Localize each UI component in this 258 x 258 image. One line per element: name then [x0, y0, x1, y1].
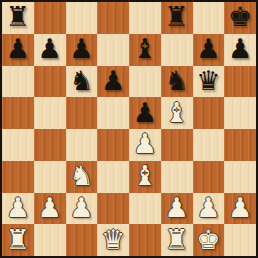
square-b1[interactable]	[34, 224, 66, 256]
square-c3[interactable]: ♞	[66, 161, 98, 193]
square-b6[interactable]	[34, 66, 66, 98]
square-a4[interactable]	[2, 129, 34, 161]
square-e5[interactable]: ♟	[129, 97, 161, 129]
square-g5[interactable]	[193, 97, 225, 129]
white-rook-icon: ♜	[165, 226, 189, 253]
square-g3[interactable]	[193, 161, 225, 193]
black-rook-icon: ♜	[6, 3, 30, 30]
square-d1[interactable]: ♛	[97, 224, 129, 256]
square-d8[interactable]	[97, 2, 129, 34]
white-pawn-icon: ♟	[38, 194, 62, 221]
white-pawn-icon: ♟	[69, 194, 93, 221]
square-f4[interactable]	[161, 129, 193, 161]
square-b8[interactable]	[34, 2, 66, 34]
black-pawn-icon: ♟	[6, 35, 30, 62]
square-d3[interactable]	[97, 161, 129, 193]
square-h2[interactable]: ♟	[224, 193, 256, 225]
square-e4[interactable]: ♟	[129, 129, 161, 161]
square-a2[interactable]: ♟	[2, 193, 34, 225]
square-a8[interactable]: ♜	[2, 2, 34, 34]
square-b3[interactable]	[34, 161, 66, 193]
square-a6[interactable]	[2, 66, 34, 98]
black-pawn-icon: ♟	[196, 35, 220, 62]
square-a1[interactable]: ♜	[2, 224, 34, 256]
chess-board: ♜♜♚♟♟♟♝♟♟♞♟♞♛♟♝♟♞♝♟♟♟♟♟♟♜♛♜♚	[2, 2, 256, 256]
square-d6[interactable]: ♟	[97, 66, 129, 98]
square-f5[interactable]: ♝	[161, 97, 193, 129]
white-king-icon: ♚	[196, 226, 220, 253]
square-c6[interactable]: ♞	[66, 66, 98, 98]
square-g2[interactable]: ♟	[193, 193, 225, 225]
square-e7[interactable]: ♝	[129, 34, 161, 66]
square-b4[interactable]	[34, 129, 66, 161]
square-d4[interactable]	[97, 129, 129, 161]
square-c8[interactable]	[66, 2, 98, 34]
square-e8[interactable]	[129, 2, 161, 34]
square-b2[interactable]: ♟	[34, 193, 66, 225]
square-f1[interactable]: ♜	[161, 224, 193, 256]
white-bishop-icon: ♝	[165, 99, 189, 126]
black-pawn-icon: ♟	[133, 99, 157, 126]
square-a3[interactable]	[2, 161, 34, 193]
square-b5[interactable]	[34, 97, 66, 129]
square-f6[interactable]: ♞	[161, 66, 193, 98]
square-h4[interactable]	[224, 129, 256, 161]
black-knight-icon: ♞	[165, 67, 189, 94]
square-d2[interactable]	[97, 193, 129, 225]
square-f7[interactable]	[161, 34, 193, 66]
white-bishop-icon: ♝	[133, 162, 157, 189]
black-pawn-icon: ♟	[101, 67, 125, 94]
white-pawn-icon: ♟	[6, 194, 30, 221]
square-h3[interactable]	[224, 161, 256, 193]
black-pawn-icon: ♟	[69, 35, 93, 62]
square-c4[interactable]	[66, 129, 98, 161]
white-knight-icon: ♞	[69, 162, 93, 189]
square-e3[interactable]: ♝	[129, 161, 161, 193]
white-pawn-icon: ♟	[228, 194, 252, 221]
square-a5[interactable]	[2, 97, 34, 129]
white-pawn-icon: ♟	[133, 130, 157, 157]
square-e2[interactable]	[129, 193, 161, 225]
square-g6[interactable]: ♛	[193, 66, 225, 98]
white-rook-icon: ♜	[6, 226, 30, 253]
board-frame: ♜♜♚♟♟♟♝♟♟♞♟♞♛♟♝♟♞♝♟♟♟♟♟♟♜♛♜♚	[0, 0, 258, 258]
square-g7[interactable]: ♟	[193, 34, 225, 66]
square-d7[interactable]	[97, 34, 129, 66]
square-f2[interactable]: ♟	[161, 193, 193, 225]
black-queen-icon: ♛	[196, 67, 220, 94]
square-f8[interactable]: ♜	[161, 2, 193, 34]
square-h6[interactable]	[224, 66, 256, 98]
square-a7[interactable]: ♟	[2, 34, 34, 66]
square-h8[interactable]: ♚	[224, 2, 256, 34]
square-c7[interactable]: ♟	[66, 34, 98, 66]
square-h5[interactable]	[224, 97, 256, 129]
white-queen-icon: ♛	[101, 226, 125, 253]
square-d5[interactable]	[97, 97, 129, 129]
square-g1[interactable]: ♚	[193, 224, 225, 256]
white-pawn-icon: ♟	[165, 194, 189, 221]
black-bishop-icon: ♝	[133, 35, 157, 62]
black-pawn-icon: ♟	[228, 35, 252, 62]
white-pawn-icon: ♟	[196, 194, 220, 221]
square-e6[interactable]	[129, 66, 161, 98]
square-f3[interactable]	[161, 161, 193, 193]
square-h7[interactable]: ♟	[224, 34, 256, 66]
square-g4[interactable]	[193, 129, 225, 161]
black-king-icon: ♚	[228, 3, 252, 30]
square-h1[interactable]	[224, 224, 256, 256]
square-e1[interactable]	[129, 224, 161, 256]
square-c1[interactable]	[66, 224, 98, 256]
black-rook-icon: ♜	[165, 3, 189, 30]
square-g8[interactable]	[193, 2, 225, 34]
square-c5[interactable]	[66, 97, 98, 129]
black-pawn-icon: ♟	[38, 35, 62, 62]
square-b7[interactable]: ♟	[34, 34, 66, 66]
black-knight-icon: ♞	[69, 67, 93, 94]
square-c2[interactable]: ♟	[66, 193, 98, 225]
